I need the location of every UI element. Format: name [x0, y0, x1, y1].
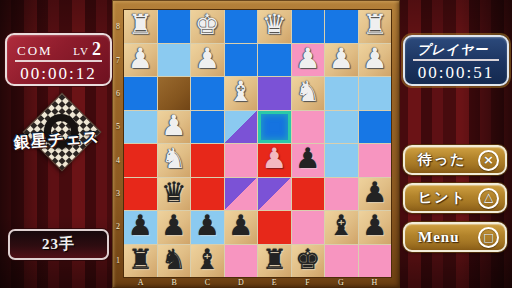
square-b6[interactable]: [158, 77, 191, 110]
piece-white-bishop-d6: ♝: [228, 78, 253, 106]
square-f4[interactable]: ♟: [292, 144, 325, 177]
move-counter-value: 23手: [42, 235, 75, 254]
square-g5[interactable]: [325, 111, 358, 144]
square-e2[interactable]: [258, 211, 291, 244]
com-name-label: COM: [17, 43, 53, 59]
square-c3[interactable]: [191, 178, 224, 211]
square-a4[interactable]: [124, 144, 157, 177]
com-level-value: 2: [92, 39, 101, 60]
piece-black-pawn-f4: ♟: [295, 145, 320, 173]
rank-label-8: 8: [112, 10, 124, 43]
file-label-b: B: [157, 277, 190, 288]
game-screen: 87654321 ♜♚♛♜♟♟♟♟♟♝♞♟♞♟♟♛♟♟♟♟♟♝♟♜♞♝♜♚ AB…: [0, 0, 512, 288]
piece-white-pawn-f7: ♟: [295, 45, 320, 73]
file-label-d: D: [224, 277, 257, 288]
square-b4[interactable]: ♞: [158, 144, 191, 177]
piece-black-pawn-c2: ♟: [195, 212, 220, 240]
com-panel-divider: [15, 60, 102, 62]
square-h3[interactable]: ♟: [359, 178, 392, 211]
square-a1[interactable]: ♜: [124, 245, 157, 278]
square-b3[interactable]: ♛: [158, 178, 191, 211]
square-d1[interactable]: [225, 245, 258, 278]
board-frame: 87654321 ♜♚♛♜♟♟♟♟♟♝♞♟♞♟♟♛♟♟♟♟♟♝♟♜♞♝♜♚ AB…: [112, 0, 400, 288]
hint-button-label: ヒント: [418, 189, 467, 207]
square-a5[interactable]: [124, 111, 157, 144]
piece-white-pawn-c7: ♟: [195, 45, 220, 73]
piece-black-pawn-h3: ♟: [362, 179, 387, 207]
square-d2[interactable]: ♟: [225, 211, 258, 244]
square-h8[interactable]: ♜: [359, 10, 392, 43]
square-c5[interactable]: [191, 111, 224, 144]
file-label-c: C: [191, 277, 224, 288]
move-counter: 23手: [8, 229, 109, 260]
square-h2[interactable]: ♟: [359, 211, 392, 244]
player-name-label: プレイヤー: [417, 42, 488, 57]
square-d5[interactable]: [225, 111, 258, 144]
piece-white-king-c8: ♚: [195, 11, 220, 39]
piece-black-knight-b1: ♞: [161, 246, 186, 274]
piece-black-king-f1: ♚: [295, 246, 320, 274]
square-g4[interactable]: [325, 144, 358, 177]
file-label-a: A: [124, 277, 157, 288]
square-f2[interactable]: [292, 211, 325, 244]
square-b7[interactable]: [158, 44, 191, 77]
square-h4[interactable]: [359, 144, 392, 177]
square-c8[interactable]: ♚: [191, 10, 224, 43]
menu-button-label: Menu: [418, 229, 460, 246]
file-labels: ABCDEFGH: [124, 277, 391, 288]
cross-circle-icon: ×: [478, 150, 499, 171]
square-d8[interactable]: [225, 10, 258, 43]
piece-white-queen-e8: ♛: [262, 11, 287, 39]
square-f5[interactable]: [292, 111, 325, 144]
triangle-circle-icon: △: [478, 188, 499, 209]
square-f6[interactable]: ♞: [292, 77, 325, 110]
square-e1[interactable]: ♜: [258, 245, 291, 278]
com-timer: 00:00:12: [7, 63, 110, 84]
square-e8[interactable]: ♛: [258, 10, 291, 43]
player-panel-header: プレイヤー: [405, 37, 507, 59]
square-d7[interactable]: [225, 44, 258, 77]
piece-black-queen-b3: ♛: [161, 179, 186, 207]
square-g2[interactable]: ♝: [325, 211, 358, 244]
player-panel: プレイヤー 00:00:51: [403, 35, 509, 86]
square-a2[interactable]: ♟: [124, 211, 157, 244]
square-c1[interactable]: ♝: [191, 245, 224, 278]
rank-label-1: 1: [112, 244, 124, 277]
player-panel-divider: [413, 59, 499, 61]
piece-black-rook-a1: ♜: [128, 246, 153, 274]
square-e6[interactable]: [258, 77, 291, 110]
piece-black-bishop-g2: ♝: [329, 212, 354, 240]
square-b1[interactable]: ♞: [158, 245, 191, 278]
undo-button[interactable]: 待った ×: [403, 145, 507, 175]
com-level-label: LV: [73, 45, 89, 57]
square-g8[interactable]: [325, 10, 358, 43]
square-e4[interactable]: ♟: [258, 144, 291, 177]
square-c2[interactable]: ♟: [191, 211, 224, 244]
piece-white-rook-h8: ♜: [362, 11, 387, 39]
file-label-g: G: [324, 277, 357, 288]
square-g6[interactable]: [325, 77, 358, 110]
square-f7[interactable]: ♟: [292, 44, 325, 77]
square-a6[interactable]: [124, 77, 157, 110]
square-a8[interactable]: ♜: [124, 10, 157, 43]
square-g3[interactable]: [325, 178, 358, 211]
piece-white-rook-a8: ♜: [128, 11, 153, 39]
piece-black-bishop-c1: ♝: [195, 246, 220, 274]
square-f8[interactable]: [292, 10, 325, 43]
square-h1[interactable]: [359, 245, 392, 278]
file-label-e: E: [258, 277, 291, 288]
square-c6[interactable]: [191, 77, 224, 110]
com-panel-header: COM LV 2: [7, 35, 110, 60]
piece-white-pawn-b5: ♟: [161, 112, 186, 140]
hint-button[interactable]: ヒント △: [403, 183, 507, 213]
file-label-h: H: [358, 277, 391, 288]
piece-white-pawn-g7: ♟: [329, 45, 354, 73]
square-f3[interactable]: [292, 178, 325, 211]
square-f1[interactable]: ♚: [292, 245, 325, 278]
square-e3[interactable]: [258, 178, 291, 211]
square-c4[interactable]: [191, 144, 224, 177]
square-a3[interactable]: [124, 178, 157, 211]
square-g7[interactable]: ♟: [325, 44, 358, 77]
square-c7[interactable]: ♟: [191, 44, 224, 77]
piece-black-pawn-d2: ♟: [228, 212, 253, 240]
square-e5[interactable]: [258, 111, 291, 144]
square-circle-icon: □: [478, 227, 499, 248]
square-d6[interactable]: ♝: [225, 77, 258, 110]
square-g1[interactable]: [325, 245, 358, 278]
player-timer: 00:00:51: [405, 62, 507, 83]
piece-black-rook-e1: ♜: [262, 246, 287, 274]
rank-label-7: 7: [112, 43, 124, 76]
undo-button-label: 待った: [418, 151, 467, 169]
square-b5[interactable]: ♟: [158, 111, 191, 144]
app-logo: 銀星チェス: [0, 98, 116, 182]
rank-label-2: 2: [112, 210, 124, 243]
square-b8[interactable]: [158, 10, 191, 43]
piece-white-pawn-h7: ♟: [362, 45, 387, 73]
square-h5[interactable]: [359, 111, 392, 144]
piece-white-pawn-a7: ♟: [128, 45, 153, 73]
com-panel: COM LV 2 00:00:12: [5, 33, 112, 86]
square-d3[interactable]: [225, 178, 258, 211]
square-d4[interactable]: [225, 144, 258, 177]
piece-white-knight-b4: ♞: [161, 145, 186, 173]
file-label-f: F: [291, 277, 324, 288]
piece-black-pawn-a2: ♟: [128, 212, 153, 240]
piece-black-pawn-h2: ♟: [362, 212, 387, 240]
menu-button[interactable]: Menu □: [403, 222, 507, 252]
piece-black-pawn-b2: ♟: [161, 212, 186, 240]
piece-white-knight-f6: ♞: [295, 78, 320, 106]
square-e7[interactable]: [258, 44, 291, 77]
app-logo-text: 銀星チェス: [0, 126, 115, 155]
board-grid: ♜♚♛♜♟♟♟♟♟♝♞♟♞♟♟♛♟♟♟♟♟♝♟♜♞♝♜♚: [124, 10, 391, 277]
piece-white-pawn-e4: ♟: [262, 145, 287, 173]
square-a7[interactable]: ♟: [124, 44, 157, 77]
square-h6[interactable]: [359, 77, 392, 110]
square-b2[interactable]: ♟: [158, 211, 191, 244]
square-h7[interactable]: ♟: [359, 44, 392, 77]
